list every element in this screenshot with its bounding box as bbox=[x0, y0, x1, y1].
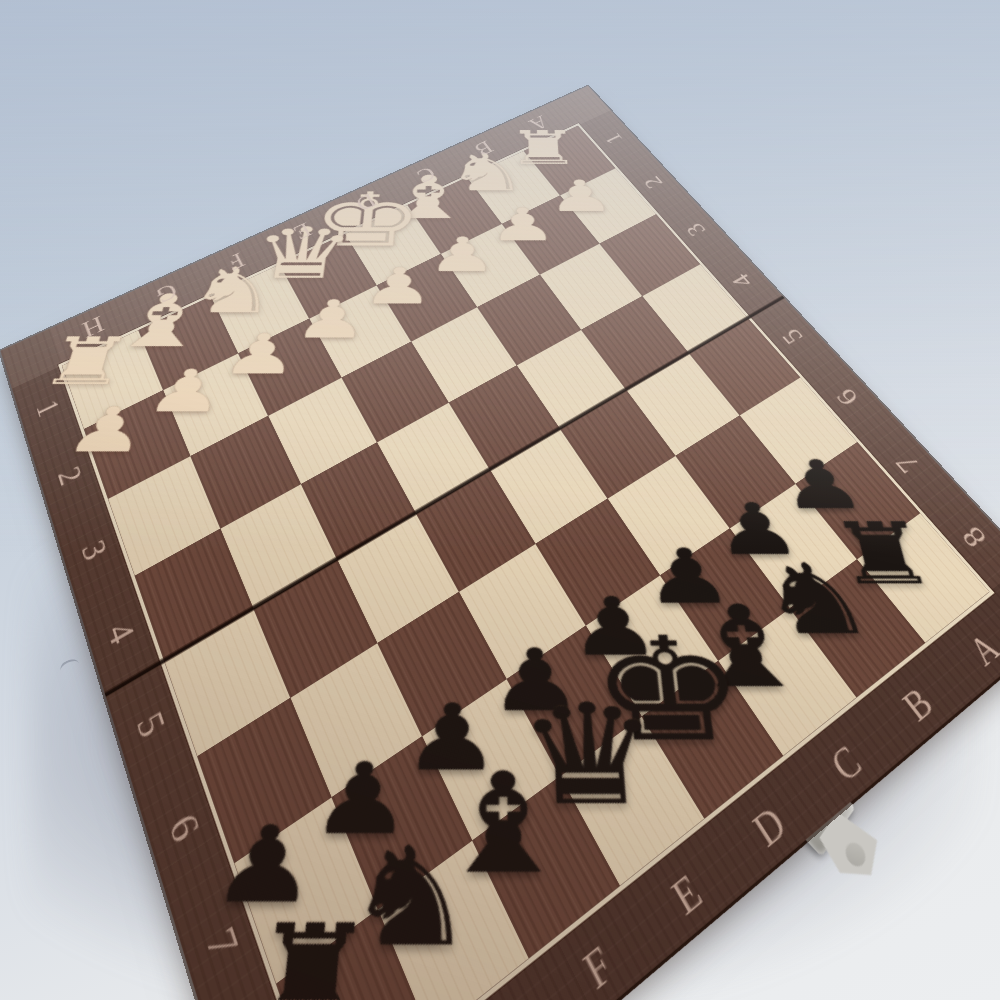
piece-white-pawn[interactable]: ♟ bbox=[218, 327, 302, 383]
board-square[interactable] bbox=[416, 470, 536, 592]
piece-white-pawn[interactable]: ♟ bbox=[361, 261, 435, 311]
piece-white-pawn[interactable]: ♟ bbox=[141, 362, 230, 421]
piece-white-pawn[interactable]: ♟ bbox=[489, 202, 558, 247]
piece-white-pawn[interactable]: ♟ bbox=[427, 231, 497, 279]
board-square[interactable]: ♟ bbox=[795, 442, 920, 559]
piece-white-pawn[interactable]: ♟ bbox=[291, 293, 370, 346]
photo-scene: ♜♟♟♜♞♟♟♞♝♟♟♝♚♟♟♚♛♟♟♛♞♟♟♝♝♟♟♞♜♟♟♜ 1122334… bbox=[0, 0, 1000, 1000]
piece-white-pawn[interactable]: ♟ bbox=[547, 174, 616, 217]
